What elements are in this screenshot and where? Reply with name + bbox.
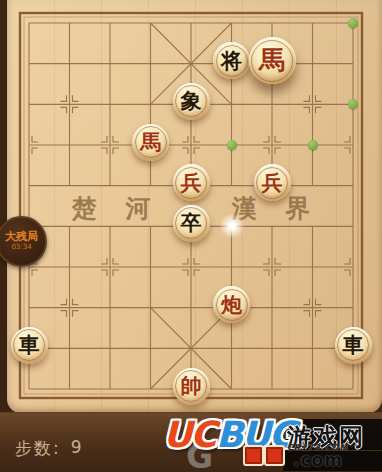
move-hint-dot[interactable]	[348, 99, 358, 109]
mode-badge-title: 大残局	[5, 231, 38, 243]
step-counter: 步数: 9	[15, 437, 84, 460]
piece-red-soldier[interactable]: 兵	[173, 164, 210, 201]
mode-badge-timer: 03:34	[11, 243, 31, 252]
move-hint-dot[interactable]	[348, 18, 358, 28]
piece-black-general[interactable]: 将	[213, 42, 250, 79]
step-counter-value: 9	[71, 437, 84, 460]
piece-red-horse[interactable]: 馬	[132, 124, 169, 161]
piece-glyph: 兵	[262, 169, 283, 197]
piece-red-horse-selected[interactable]: 馬	[249, 37, 296, 84]
piece-glyph: 将	[221, 47, 242, 75]
move-hint-dot[interactable]	[227, 140, 237, 150]
piece-glyph: 帥	[181, 372, 202, 400]
step-counter-label: 步数:	[15, 437, 61, 460]
river-label-chu-he: 楚 河	[72, 194, 161, 224]
move-hint-dot[interactable]	[308, 140, 318, 150]
bottom-bar: 步数: 9	[0, 412, 382, 472]
piece-glyph: 炮	[221, 291, 242, 319]
piece-red-soldier[interactable]: 兵	[254, 164, 291, 201]
piece-glyph: 馬	[140, 128, 161, 156]
piece-red-general[interactable]: 帥	[173, 368, 210, 405]
piece-glyph: 馬	[259, 43, 285, 78]
piece-glyph: 兵	[181, 169, 202, 197]
xiangqi-game-screen: 楚 河 漢 界 将馬象馬兵兵卒炮車車帥 大残局 03:34 步数: 9 G UC…	[0, 0, 382, 472]
piece-black-chariot[interactable]: 車	[335, 327, 372, 364]
piece-black-chariot[interactable]: 車	[11, 327, 48, 364]
piece-red-cannon[interactable]: 炮	[213, 286, 250, 323]
piece-glyph: 卒	[181, 209, 202, 237]
xiangqi-board[interactable]: 楚 河 漢 界 将馬象馬兵兵卒炮車車帥	[0, 0, 382, 472]
piece-glyph: 車	[343, 331, 364, 359]
piece-black-soldier[interactable]: 卒	[173, 205, 210, 242]
piece-black-elephant[interactable]: 象	[173, 83, 210, 120]
piece-glyph: 象	[181, 87, 202, 115]
glow-marker	[219, 213, 245, 239]
piece-glyph: 車	[19, 331, 40, 359]
